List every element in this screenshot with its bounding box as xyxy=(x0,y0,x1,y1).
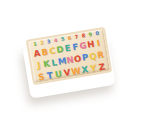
letter-piece-V[interactable]: V xyxy=(63,68,71,77)
letter-piece-F[interactable]: F xyxy=(72,42,79,51)
letter-piece-K[interactable]: K xyxy=(43,59,51,68)
letter-piece-I[interactable]: I xyxy=(96,39,101,48)
number-piece-2[interactable]: 2 xyxy=(40,40,44,46)
letter-piece-D[interactable]: D xyxy=(56,45,64,55)
product-photo-backdrop: 1234567890ABCDEFGHIJKLMNOPQRSTUVWXYZ xyxy=(0,0,143,117)
number-piece-4[interactable]: 4 xyxy=(54,37,58,43)
letter-piece-L[interactable]: L xyxy=(51,58,58,67)
letter-piece-H[interactable]: H xyxy=(86,39,94,49)
letter-piece-B[interactable]: B xyxy=(41,47,49,56)
number-piece-6[interactable]: 6 xyxy=(67,35,71,41)
letter-piece-X[interactable]: X xyxy=(81,65,89,74)
letter-piece-U[interactable]: U xyxy=(54,69,62,79)
letter-piece-O[interactable]: O xyxy=(73,54,82,64)
letter-piece-T[interactable]: T xyxy=(46,71,53,80)
letter-piece-R[interactable]: R xyxy=(96,50,104,59)
number-piece-3[interactable]: 3 xyxy=(47,38,51,44)
number-piece-8[interactable]: 8 xyxy=(81,33,85,39)
letter-piece-W[interactable]: W xyxy=(71,66,82,76)
letter-piece-E[interactable]: E xyxy=(64,43,71,52)
letter-piece-C[interactable]: C xyxy=(49,46,57,55)
number-piece-9[interactable]: 9 xyxy=(88,31,92,37)
number-piece-1[interactable]: 1 xyxy=(33,41,37,47)
letter-piece-S[interactable]: S xyxy=(38,72,45,81)
letter-piece-Z[interactable]: Z xyxy=(98,62,105,71)
number-piece-7[interactable]: 7 xyxy=(74,34,78,40)
letter-piece-Y[interactable]: Y xyxy=(90,63,97,72)
number-piece-0[interactable]: 0 xyxy=(95,30,99,36)
letter-piece-A[interactable]: A xyxy=(33,49,41,58)
number-piece-5[interactable]: 5 xyxy=(60,36,64,42)
letter-piece-J[interactable]: J xyxy=(37,61,42,70)
